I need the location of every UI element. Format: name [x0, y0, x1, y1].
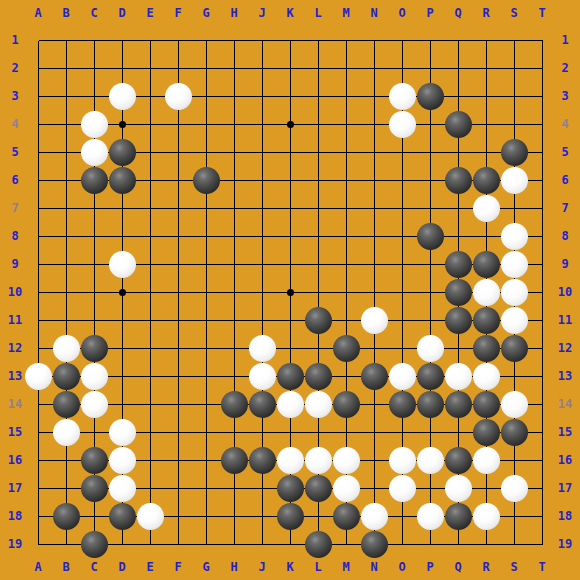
intersection[interactable]: [388, 390, 416, 418]
intersection[interactable]: [80, 390, 108, 418]
intersection[interactable]: [388, 26, 416, 54]
intersection[interactable]: [136, 530, 164, 558]
intersection[interactable]: [472, 390, 500, 418]
intersection[interactable]: [528, 250, 556, 278]
intersection[interactable]: [108, 474, 136, 502]
intersection[interactable]: [444, 26, 472, 54]
intersection[interactable]: [24, 362, 52, 390]
intersection[interactable]: [80, 222, 108, 250]
intersection[interactable]: [164, 306, 192, 334]
intersection[interactable]: [52, 446, 80, 474]
intersection[interactable]: [276, 110, 304, 138]
intersection[interactable]: [108, 250, 136, 278]
intersection[interactable]: [332, 250, 360, 278]
intersection[interactable]: [164, 194, 192, 222]
intersection[interactable]: [332, 110, 360, 138]
intersection[interactable]: [108, 54, 136, 82]
intersection[interactable]: [416, 446, 444, 474]
intersection[interactable]: [164, 110, 192, 138]
intersection[interactable]: [388, 138, 416, 166]
intersection[interactable]: [52, 278, 80, 306]
intersection[interactable]: [528, 418, 556, 446]
intersection[interactable]: [276, 278, 304, 306]
intersection[interactable]: [108, 362, 136, 390]
intersection[interactable]: [220, 530, 248, 558]
intersection[interactable]: [136, 26, 164, 54]
intersection[interactable]: [164, 54, 192, 82]
intersection[interactable]: [304, 194, 332, 222]
intersection[interactable]: [24, 110, 52, 138]
intersection[interactable]: [80, 194, 108, 222]
intersection[interactable]: [416, 194, 444, 222]
intersection[interactable]: [220, 54, 248, 82]
intersection[interactable]: [220, 502, 248, 530]
intersection[interactable]: [360, 82, 388, 110]
intersection[interactable]: [80, 138, 108, 166]
intersection[interactable]: [332, 530, 360, 558]
intersection[interactable]: [472, 334, 500, 362]
intersection[interactable]: [304, 474, 332, 502]
intersection[interactable]: [332, 138, 360, 166]
intersection[interactable]: [248, 334, 276, 362]
intersection[interactable]: [220, 362, 248, 390]
intersection[interactable]: [304, 82, 332, 110]
intersection[interactable]: [108, 446, 136, 474]
intersection[interactable]: [304, 306, 332, 334]
intersection[interactable]: [220, 222, 248, 250]
intersection[interactable]: [136, 82, 164, 110]
intersection[interactable]: [276, 390, 304, 418]
intersection[interactable]: [500, 82, 528, 110]
intersection[interactable]: [360, 306, 388, 334]
intersection[interactable]: [360, 278, 388, 306]
intersection[interactable]: [472, 278, 500, 306]
intersection[interactable]: [444, 418, 472, 446]
intersection[interactable]: [24, 250, 52, 278]
intersection[interactable]: [360, 194, 388, 222]
intersection[interactable]: [500, 446, 528, 474]
intersection[interactable]: [500, 334, 528, 362]
intersection[interactable]: [416, 474, 444, 502]
intersection[interactable]: [500, 278, 528, 306]
intersection[interactable]: [108, 418, 136, 446]
intersection[interactable]: [388, 222, 416, 250]
intersection[interactable]: [472, 54, 500, 82]
intersection[interactable]: [304, 390, 332, 418]
intersection[interactable]: [528, 82, 556, 110]
intersection[interactable]: [52, 222, 80, 250]
intersection[interactable]: [416, 418, 444, 446]
intersection[interactable]: [276, 334, 304, 362]
intersection[interactable]: [108, 110, 136, 138]
intersection[interactable]: [80, 54, 108, 82]
intersection[interactable]: [276, 530, 304, 558]
intersection[interactable]: [108, 530, 136, 558]
intersection[interactable]: [444, 474, 472, 502]
intersection[interactable]: [52, 194, 80, 222]
intersection[interactable]: [248, 26, 276, 54]
intersection[interactable]: [276, 138, 304, 166]
intersection[interactable]: [80, 278, 108, 306]
intersection[interactable]: [24, 446, 52, 474]
intersection[interactable]: [276, 446, 304, 474]
intersection[interactable]: [220, 474, 248, 502]
intersection[interactable]: [360, 54, 388, 82]
intersection[interactable]: [360, 110, 388, 138]
intersection[interactable]: [472, 26, 500, 54]
intersection[interactable]: [528, 54, 556, 82]
intersection[interactable]: [164, 138, 192, 166]
intersection[interactable]: [80, 502, 108, 530]
intersection[interactable]: [192, 362, 220, 390]
intersection[interactable]: [360, 138, 388, 166]
intersection[interactable]: [500, 390, 528, 418]
intersection[interactable]: [52, 110, 80, 138]
intersection[interactable]: [192, 82, 220, 110]
intersection[interactable]: [248, 530, 276, 558]
intersection[interactable]: [52, 54, 80, 82]
intersection[interactable]: [444, 334, 472, 362]
intersection[interactable]: [360, 446, 388, 474]
intersection[interactable]: [164, 362, 192, 390]
intersection[interactable]: [108, 222, 136, 250]
intersection[interactable]: [248, 194, 276, 222]
intersection[interactable]: [528, 334, 556, 362]
intersection[interactable]: [248, 54, 276, 82]
intersection[interactable]: [528, 446, 556, 474]
intersection[interactable]: [472, 110, 500, 138]
intersection[interactable]: [528, 362, 556, 390]
intersection[interactable]: [416, 390, 444, 418]
intersection[interactable]: [444, 530, 472, 558]
intersection[interactable]: [500, 418, 528, 446]
intersection[interactable]: [528, 110, 556, 138]
intersection[interactable]: [360, 530, 388, 558]
intersection[interactable]: [24, 390, 52, 418]
intersection[interactable]: [164, 530, 192, 558]
intersection[interactable]: [332, 418, 360, 446]
intersection[interactable]: [136, 166, 164, 194]
intersection[interactable]: [248, 278, 276, 306]
intersection[interactable]: [192, 390, 220, 418]
intersection[interactable]: [360, 26, 388, 54]
intersection[interactable]: [472, 418, 500, 446]
intersection[interactable]: [80, 110, 108, 138]
intersection[interactable]: [24, 138, 52, 166]
intersection[interactable]: [248, 446, 276, 474]
intersection[interactable]: [108, 390, 136, 418]
intersection[interactable]: [136, 306, 164, 334]
intersection[interactable]: [220, 166, 248, 194]
intersection[interactable]: [388, 278, 416, 306]
intersection[interactable]: [24, 54, 52, 82]
intersection[interactable]: [192, 54, 220, 82]
intersection[interactable]: [444, 194, 472, 222]
intersection[interactable]: [304, 166, 332, 194]
intersection[interactable]: [416, 278, 444, 306]
intersection[interactable]: [528, 530, 556, 558]
intersection[interactable]: [220, 138, 248, 166]
intersection[interactable]: [332, 390, 360, 418]
intersection[interactable]: [248, 390, 276, 418]
intersection[interactable]: [108, 278, 136, 306]
intersection[interactable]: [304, 138, 332, 166]
intersection[interactable]: [136, 138, 164, 166]
intersection[interactable]: [444, 166, 472, 194]
intersection[interactable]: [360, 334, 388, 362]
intersection[interactable]: [108, 194, 136, 222]
intersection[interactable]: [248, 474, 276, 502]
intersection[interactable]: [304, 110, 332, 138]
intersection[interactable]: [304, 334, 332, 362]
intersection[interactable]: [220, 278, 248, 306]
intersection[interactable]: [220, 250, 248, 278]
intersection[interactable]: [24, 222, 52, 250]
intersection[interactable]: [500, 474, 528, 502]
intersection[interactable]: [220, 26, 248, 54]
intersection[interactable]: [80, 362, 108, 390]
intersection[interactable]: [444, 138, 472, 166]
intersection[interactable]: [220, 110, 248, 138]
intersection[interactable]: [416, 110, 444, 138]
intersection[interactable]: [472, 362, 500, 390]
intersection[interactable]: [136, 418, 164, 446]
intersection[interactable]: [192, 530, 220, 558]
intersection[interactable]: [80, 306, 108, 334]
intersection[interactable]: [332, 222, 360, 250]
intersection[interactable]: [528, 138, 556, 166]
intersection[interactable]: [80, 166, 108, 194]
intersection[interactable]: [52, 474, 80, 502]
intersection[interactable]: [388, 194, 416, 222]
intersection[interactable]: [80, 250, 108, 278]
intersection[interactable]: [80, 418, 108, 446]
intersection[interactable]: [164, 474, 192, 502]
intersection[interactable]: [528, 166, 556, 194]
intersection[interactable]: [276, 82, 304, 110]
intersection[interactable]: [192, 166, 220, 194]
intersection[interactable]: [360, 390, 388, 418]
intersection[interactable]: [500, 26, 528, 54]
intersection[interactable]: [136, 446, 164, 474]
intersection[interactable]: [192, 194, 220, 222]
intersection[interactable]: [276, 26, 304, 54]
intersection[interactable]: [332, 82, 360, 110]
intersection[interactable]: [444, 502, 472, 530]
intersection[interactable]: [248, 82, 276, 110]
intersection[interactable]: [24, 82, 52, 110]
intersection[interactable]: [192, 446, 220, 474]
intersection[interactable]: [444, 306, 472, 334]
intersection[interactable]: [80, 334, 108, 362]
intersection[interactable]: [192, 110, 220, 138]
intersection[interactable]: [136, 390, 164, 418]
intersection[interactable]: [136, 194, 164, 222]
intersection[interactable]: [52, 362, 80, 390]
intersection[interactable]: [528, 278, 556, 306]
intersection[interactable]: [52, 306, 80, 334]
intersection[interactable]: [220, 446, 248, 474]
intersection[interactable]: [192, 502, 220, 530]
intersection[interactable]: [164, 418, 192, 446]
intersection[interactable]: [332, 306, 360, 334]
intersection[interactable]: [304, 278, 332, 306]
intersection[interactable]: [304, 26, 332, 54]
intersection[interactable]: [444, 362, 472, 390]
intersection[interactable]: [108, 82, 136, 110]
intersection[interactable]: [388, 334, 416, 362]
intersection[interactable]: [192, 278, 220, 306]
intersection[interactable]: [248, 166, 276, 194]
intersection[interactable]: [332, 502, 360, 530]
intersection[interactable]: [276, 54, 304, 82]
intersection[interactable]: [192, 222, 220, 250]
intersection[interactable]: [192, 250, 220, 278]
intersection[interactable]: [220, 82, 248, 110]
intersection[interactable]: [304, 250, 332, 278]
intersection[interactable]: [472, 530, 500, 558]
intersection[interactable]: [360, 166, 388, 194]
intersection[interactable]: [304, 502, 332, 530]
intersection[interactable]: [416, 362, 444, 390]
intersection[interactable]: [500, 502, 528, 530]
intersection[interactable]: [276, 194, 304, 222]
intersection[interactable]: [80, 474, 108, 502]
intersection[interactable]: [472, 250, 500, 278]
intersection[interactable]: [24, 418, 52, 446]
intersection[interactable]: [416, 530, 444, 558]
intersection[interactable]: [388, 250, 416, 278]
intersection[interactable]: [52, 26, 80, 54]
intersection[interactable]: [332, 474, 360, 502]
intersection[interactable]: [472, 446, 500, 474]
intersection[interactable]: [472, 306, 500, 334]
intersection[interactable]: [388, 306, 416, 334]
intersection[interactable]: [136, 334, 164, 362]
intersection[interactable]: [24, 502, 52, 530]
intersection[interactable]: [332, 26, 360, 54]
intersection[interactable]: [52, 250, 80, 278]
intersection[interactable]: [248, 418, 276, 446]
intersection[interactable]: [276, 362, 304, 390]
intersection[interactable]: [276, 306, 304, 334]
intersection[interactable]: [416, 166, 444, 194]
intersection[interactable]: [332, 166, 360, 194]
intersection[interactable]: [416, 306, 444, 334]
intersection[interactable]: [388, 166, 416, 194]
intersection[interactable]: [472, 166, 500, 194]
intersection[interactable]: [304, 362, 332, 390]
intersection[interactable]: [220, 194, 248, 222]
intersection[interactable]: [108, 334, 136, 362]
intersection[interactable]: [80, 530, 108, 558]
intersection[interactable]: [220, 418, 248, 446]
intersection[interactable]: [332, 446, 360, 474]
intersection[interactable]: [192, 306, 220, 334]
intersection[interactable]: [304, 446, 332, 474]
intersection[interactable]: [24, 474, 52, 502]
intersection[interactable]: [444, 222, 472, 250]
intersection[interactable]: [192, 474, 220, 502]
intersection[interactable]: [136, 502, 164, 530]
intersection[interactable]: [164, 222, 192, 250]
intersection[interactable]: [388, 446, 416, 474]
intersection[interactable]: [416, 502, 444, 530]
intersection[interactable]: [108, 138, 136, 166]
intersection[interactable]: [444, 54, 472, 82]
intersection[interactable]: [444, 446, 472, 474]
intersection[interactable]: [360, 474, 388, 502]
intersection[interactable]: [528, 390, 556, 418]
intersection[interactable]: [164, 446, 192, 474]
intersection[interactable]: [304, 418, 332, 446]
intersection[interactable]: [192, 26, 220, 54]
intersection[interactable]: [416, 138, 444, 166]
intersection[interactable]: [108, 26, 136, 54]
intersection[interactable]: [220, 306, 248, 334]
intersection[interactable]: [416, 82, 444, 110]
intersection[interactable]: [24, 530, 52, 558]
intersection[interactable]: [164, 278, 192, 306]
intersection[interactable]: [472, 82, 500, 110]
intersection[interactable]: [164, 166, 192, 194]
intersection[interactable]: [24, 334, 52, 362]
intersection[interactable]: [304, 222, 332, 250]
intersection[interactable]: [472, 222, 500, 250]
intersection[interactable]: [24, 166, 52, 194]
intersection[interactable]: [192, 418, 220, 446]
intersection[interactable]: [444, 390, 472, 418]
intersection[interactable]: [192, 334, 220, 362]
intersection[interactable]: [332, 334, 360, 362]
intersection[interactable]: [360, 362, 388, 390]
intersection[interactable]: [528, 502, 556, 530]
intersection[interactable]: [500, 530, 528, 558]
intersection[interactable]: [388, 418, 416, 446]
intersection[interactable]: [360, 222, 388, 250]
intersection[interactable]: [332, 278, 360, 306]
intersection[interactable]: [388, 502, 416, 530]
intersection[interactable]: [52, 418, 80, 446]
intersection[interactable]: [192, 138, 220, 166]
intersection[interactable]: [304, 54, 332, 82]
intersection[interactable]: [528, 474, 556, 502]
intersection[interactable]: [52, 502, 80, 530]
intersection[interactable]: [276, 250, 304, 278]
intersection[interactable]: [360, 250, 388, 278]
intersection[interactable]: [164, 26, 192, 54]
intersection[interactable]: [164, 250, 192, 278]
intersection[interactable]: [360, 502, 388, 530]
intersection[interactable]: [444, 250, 472, 278]
intersection[interactable]: [388, 110, 416, 138]
intersection[interactable]: [388, 82, 416, 110]
intersection[interactable]: [332, 54, 360, 82]
intersection[interactable]: [416, 334, 444, 362]
intersection[interactable]: [500, 250, 528, 278]
intersection[interactable]: [472, 502, 500, 530]
intersection[interactable]: [500, 306, 528, 334]
intersection[interactable]: [472, 194, 500, 222]
intersection[interactable]: [136, 474, 164, 502]
intersection[interactable]: [136, 110, 164, 138]
intersection[interactable]: [360, 418, 388, 446]
intersection[interactable]: [80, 26, 108, 54]
intersection[interactable]: [500, 138, 528, 166]
intersection[interactable]: [500, 110, 528, 138]
intersection[interactable]: [248, 362, 276, 390]
intersection[interactable]: [52, 138, 80, 166]
